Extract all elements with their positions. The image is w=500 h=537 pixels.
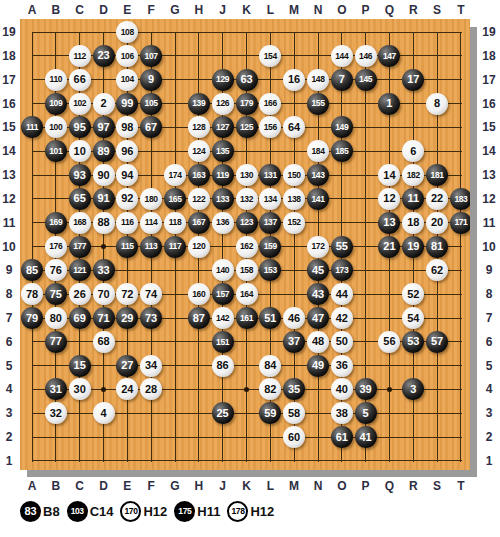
stone-R4: 3	[402, 378, 424, 400]
stone-F18: 107	[140, 45, 162, 67]
annotation-stone-number: 175	[178, 507, 191, 516]
stone-number: 138	[288, 195, 301, 204]
stone-R14: 6	[402, 140, 424, 162]
stone-C11: 168	[69, 212, 91, 234]
stone-number: 7	[339, 74, 345, 85]
column-label-F: F	[141, 3, 161, 17]
grid-line-horizontal	[32, 460, 462, 461]
row-label-9: 9	[0, 263, 18, 277]
stone-number: 45	[312, 265, 324, 276]
column-label-Q: Q	[379, 479, 399, 493]
annotation-coordinate: H12	[143, 505, 167, 518]
stone-number: 71	[97, 313, 109, 324]
stone-number: 184	[312, 147, 325, 156]
stone-O18: 144	[331, 45, 353, 67]
stone-number: 56	[383, 336, 395, 347]
row-label-10: 10	[479, 240, 499, 254]
stone-R11: 18	[402, 212, 424, 234]
stone-number: 176	[49, 242, 62, 251]
stone-number: 4	[100, 408, 106, 419]
stone-number: 80	[50, 313, 62, 324]
row-label-14: 14	[479, 144, 499, 158]
stone-K12: 132	[236, 188, 258, 210]
stone-K11: 123	[236, 212, 258, 234]
stone-H15: 128	[188, 116, 210, 138]
stone-number: 54	[407, 313, 419, 324]
stone-N13: 143	[307, 164, 329, 186]
stone-B9: 76	[45, 259, 67, 281]
stone-H13: 163	[188, 164, 210, 186]
stone-number: 67	[145, 122, 157, 133]
stone-number: 118	[169, 218, 182, 227]
stone-number: 17	[407, 74, 419, 85]
stone-number: 131	[264, 171, 277, 180]
stone-number: 84	[264, 360, 276, 371]
stone-number: 10	[74, 146, 86, 157]
stone-number: 171	[454, 218, 467, 227]
stone-number: 86	[216, 360, 228, 371]
stone-number: 15	[74, 360, 86, 371]
stone-E8: 72	[116, 283, 138, 305]
stone-number: 57	[431, 336, 443, 347]
stone-Q12: 12	[378, 188, 400, 210]
stone-G12: 165	[164, 188, 186, 210]
stone-number: 130	[240, 171, 253, 180]
stone-number: 76	[50, 265, 62, 276]
stone-number: 46	[288, 313, 300, 324]
column-label-E: E	[117, 3, 137, 17]
stone-number: 98	[121, 122, 133, 133]
stone-number: 79	[26, 313, 38, 324]
stone-D12: 91	[93, 188, 115, 210]
star-point	[101, 387, 106, 392]
stone-number: 127	[216, 123, 229, 132]
stone-L10: 159	[259, 236, 281, 258]
row-label-3: 3	[479, 406, 499, 420]
row-label-2: 2	[479, 430, 499, 444]
stone-K16: 179	[236, 93, 258, 115]
stone-E14: 96	[116, 140, 138, 162]
stone-P18: 146	[355, 45, 377, 67]
stone-D18: 23	[93, 45, 115, 67]
stone-number: 173	[335, 266, 348, 275]
column-label-Q: Q	[379, 3, 399, 17]
stone-number: 53	[407, 336, 419, 347]
star-point	[244, 387, 249, 392]
stone-B16: 109	[45, 93, 67, 115]
stone-number: 135	[216, 147, 229, 156]
stone-Q10: 21	[378, 236, 400, 258]
stone-L16: 166	[259, 93, 281, 115]
stone-O9: 173	[331, 259, 353, 281]
stone-K7: 161	[236, 307, 258, 329]
stone-R17: 17	[402, 69, 424, 91]
stone-D8: 70	[93, 283, 115, 305]
annotation-stone-number: 103	[71, 507, 84, 516]
row-label-3: 3	[0, 406, 18, 420]
stone-K13: 130	[236, 164, 258, 186]
stone-number: 19	[407, 241, 419, 252]
column-label-P: P	[356, 3, 376, 17]
stone-number: 166	[264, 99, 277, 108]
annotation-stone-175: 175	[174, 501, 195, 522]
stone-F16: 105	[140, 93, 162, 115]
stone-number: 115	[121, 242, 134, 251]
stone-number: 128	[192, 123, 205, 132]
stone-B14: 101	[45, 140, 67, 162]
stone-number: 160	[192, 290, 205, 299]
stone-H14: 124	[188, 140, 210, 162]
stone-N8: 43	[307, 283, 329, 305]
stone-number: 143	[312, 171, 325, 180]
stone-number: 64	[288, 122, 300, 133]
column-label-M: M	[284, 3, 304, 17]
column-label-A: A	[22, 3, 42, 17]
row-label-5: 5	[0, 359, 18, 373]
stone-number: 70	[97, 289, 109, 300]
stone-F11: 114	[140, 212, 162, 234]
stone-number: 169	[49, 218, 62, 227]
stone-number: 38	[336, 408, 348, 419]
stone-number: 24	[121, 384, 133, 395]
stone-O17: 7	[331, 69, 353, 91]
stone-number: 107	[145, 52, 158, 61]
stone-number: 157	[216, 290, 229, 299]
stone-number: 30	[74, 384, 86, 395]
stone-number: 43	[312, 289, 324, 300]
stone-number: 137	[264, 218, 277, 227]
stone-number: 8	[434, 98, 440, 109]
stone-Q16: 1	[378, 93, 400, 115]
stone-N7: 47	[307, 307, 329, 329]
stone-number: 34	[145, 360, 157, 371]
row-label-15: 15	[0, 120, 18, 134]
stone-number: 124	[192, 147, 205, 156]
stone-number: 60	[288, 432, 300, 443]
stone-B15: 100	[45, 116, 67, 138]
stone-F15: 67	[140, 116, 162, 138]
column-label-C: C	[70, 479, 90, 493]
stone-C5: 15	[69, 355, 91, 377]
annotation-stone-103: 103	[67, 501, 88, 522]
stone-number: 153	[264, 266, 277, 275]
stone-number: 73	[145, 313, 157, 324]
row-label-11: 11	[0, 216, 18, 230]
row-label-9: 9	[479, 263, 499, 277]
stone-number: 74	[145, 289, 157, 300]
column-label-F: F	[141, 479, 161, 493]
stone-J15: 127	[212, 116, 234, 138]
stone-H12: 122	[188, 188, 210, 210]
stone-number: 61	[336, 432, 348, 443]
stone-K17: 63	[236, 69, 258, 91]
stone-D14: 89	[93, 140, 115, 162]
stone-M11: 152	[283, 212, 305, 234]
stone-number: 140	[216, 266, 229, 275]
stone-P3: 5	[355, 402, 377, 424]
stone-number: 90	[97, 170, 109, 181]
stone-O7: 42	[331, 307, 353, 329]
stone-G11: 118	[164, 212, 186, 234]
annotation-stone-number: 178	[231, 507, 244, 516]
stone-number: 49	[312, 360, 324, 371]
stone-number: 22	[431, 193, 443, 204]
row-label-8: 8	[0, 287, 18, 301]
stone-number: 68	[97, 336, 109, 347]
stone-O15: 149	[331, 116, 353, 138]
stone-O6: 50	[331, 331, 353, 353]
stone-T11: 171	[450, 212, 472, 234]
stone-F17: 9	[140, 69, 162, 91]
stone-number: 94	[121, 170, 133, 181]
stone-number: 35	[288, 384, 300, 395]
stone-J11: 136	[212, 212, 234, 234]
stone-number: 48	[312, 336, 324, 347]
row-label-8: 8	[479, 287, 499, 301]
stone-number: 182	[407, 171, 420, 180]
stone-F5: 34	[140, 355, 162, 377]
stone-P2: 41	[355, 426, 377, 448]
stone-number: 120	[192, 242, 205, 251]
stone-number: 12	[383, 193, 395, 204]
annotation-coordinate: H12	[250, 505, 274, 518]
stone-number: 11	[407, 193, 419, 204]
stone-M6: 37	[283, 331, 305, 353]
stone-number: 145	[359, 75, 372, 84]
stone-J17: 129	[212, 69, 234, 91]
stone-E15: 98	[116, 116, 138, 138]
row-label-1: 1	[479, 454, 499, 468]
stone-number: 100	[49, 123, 62, 132]
stone-number: 37	[288, 336, 300, 347]
stone-O10: 55	[331, 236, 353, 258]
stone-C9: 121	[69, 259, 91, 281]
stone-H8: 160	[188, 283, 210, 305]
annotation-coordinate: B8	[43, 505, 60, 518]
stone-number: 25	[216, 408, 228, 419]
stone-number: 6	[410, 146, 416, 157]
stone-number: 105	[145, 99, 158, 108]
stone-number: 91	[97, 193, 109, 204]
stone-B4: 31	[45, 378, 67, 400]
stone-S11: 20	[426, 212, 448, 234]
stone-number: 2	[100, 98, 106, 109]
stone-L4: 82	[259, 378, 281, 400]
stone-C14: 10	[69, 140, 91, 162]
stone-E5: 27	[116, 355, 138, 377]
stone-B10: 176	[45, 236, 67, 258]
stone-number: 151	[216, 338, 229, 347]
annotation-stone-178: 178	[227, 501, 248, 522]
stone-K8: 164	[236, 283, 258, 305]
stone-number: 31	[50, 384, 62, 395]
stone-R6: 53	[402, 331, 424, 353]
column-label-B: B	[46, 3, 66, 17]
stone-number: 112	[73, 52, 86, 61]
stone-S13: 181	[426, 164, 448, 186]
stone-number: 1	[386, 98, 392, 109]
stone-E19: 108	[116, 21, 138, 43]
stone-B6: 77	[45, 331, 67, 353]
stone-number: 92	[121, 193, 133, 204]
stone-J3: 25	[212, 402, 234, 424]
stone-B11: 169	[45, 212, 67, 234]
stone-number: 162	[240, 242, 253, 251]
stone-M15: 64	[283, 116, 305, 138]
column-label-O: O	[332, 479, 352, 493]
stone-number: 181	[431, 171, 444, 180]
move-annotations: 83B8103C14170H12175H11178H12	[20, 499, 281, 523]
stone-D15: 97	[93, 116, 115, 138]
stone-O14: 185	[331, 140, 353, 162]
stone-number: 164	[240, 290, 253, 299]
row-label-7: 7	[0, 311, 18, 325]
column-label-T: T	[451, 3, 471, 17]
stone-L18: 154	[259, 45, 281, 67]
stone-D9: 33	[93, 259, 115, 281]
stone-E12: 92	[116, 188, 138, 210]
stone-number: 28	[145, 384, 157, 395]
stone-number: 129	[216, 75, 229, 84]
stone-J7: 142	[212, 307, 234, 329]
column-label-A: A	[22, 479, 42, 493]
row-label-19: 19	[0, 25, 18, 39]
stone-J9: 140	[212, 259, 234, 281]
stone-A9: 85	[21, 259, 43, 281]
annotation-coordinate: H11	[197, 505, 220, 518]
stone-M3: 58	[283, 402, 305, 424]
row-label-10: 10	[0, 240, 18, 254]
stone-number: 144	[335, 52, 348, 61]
stone-O5: 36	[331, 355, 353, 377]
row-label-2: 2	[0, 430, 18, 444]
row-label-4: 4	[479, 382, 499, 396]
stone-S16: 8	[426, 93, 448, 115]
stone-number: 81	[431, 241, 443, 252]
stone-number: 132	[240, 195, 253, 204]
column-label-D: D	[94, 479, 114, 493]
row-label-17: 17	[0, 73, 18, 87]
column-label-B: B	[46, 479, 66, 493]
column-label-E: E	[117, 479, 137, 493]
stone-P4: 39	[355, 378, 377, 400]
row-label-5: 5	[479, 359, 499, 373]
column-label-N: N	[308, 3, 328, 17]
stone-number: 29	[121, 313, 133, 324]
stone-O2: 61	[331, 426, 353, 448]
column-label-C: C	[70, 3, 90, 17]
row-label-6: 6	[0, 335, 18, 349]
column-label-K: K	[237, 479, 257, 493]
stone-number: 117	[169, 242, 182, 251]
stone-number: 149	[335, 123, 348, 132]
stone-number: 55	[336, 241, 348, 252]
column-label-T: T	[451, 479, 471, 493]
stone-number: 116	[121, 218, 134, 227]
stone-L13: 131	[259, 164, 281, 186]
stone-number: 69	[74, 313, 86, 324]
board-shadow-right	[470, 27, 477, 477]
stone-number: 3	[410, 384, 416, 395]
stone-D3: 4	[93, 402, 115, 424]
grid-line-horizontal	[32, 437, 462, 438]
stone-R8: 52	[402, 283, 424, 305]
stone-number: 85	[26, 265, 38, 276]
stone-J16: 126	[212, 93, 234, 115]
column-label-R: R	[403, 3, 423, 17]
stone-number: 36	[336, 360, 348, 371]
stone-number: 185	[335, 147, 348, 156]
stone-number: 63	[240, 74, 252, 85]
row-label-12: 12	[0, 192, 18, 206]
stone-number: 99	[121, 98, 133, 109]
stone-number: 39	[359, 384, 371, 395]
column-label-H: H	[189, 479, 209, 493]
stone-number: 114	[145, 218, 158, 227]
stone-H16: 139	[188, 93, 210, 115]
stone-number: 87	[193, 313, 205, 324]
stone-C10: 177	[69, 236, 91, 258]
stone-number: 123	[240, 218, 253, 227]
stone-J8: 157	[212, 283, 234, 305]
stone-J5: 86	[212, 355, 234, 377]
stone-C17: 66	[69, 69, 91, 91]
stone-O8: 44	[331, 283, 353, 305]
star-point	[387, 387, 392, 392]
row-label-13: 13	[479, 168, 499, 182]
stone-number: 158	[240, 266, 253, 275]
row-label-11: 11	[479, 216, 499, 230]
stone-H10: 120	[188, 236, 210, 258]
stone-C7: 69	[69, 307, 91, 329]
stone-number: 62	[431, 265, 443, 276]
stone-number: 150	[288, 171, 301, 180]
stone-number: 51	[264, 313, 276, 324]
stone-J13: 119	[212, 164, 234, 186]
stone-J6: 151	[212, 331, 234, 353]
stone-S6: 57	[426, 331, 448, 353]
grid-line-vertical	[460, 32, 461, 462]
stone-C8: 26	[69, 283, 91, 305]
stone-O3: 38	[331, 402, 353, 424]
stone-number: 101	[49, 147, 62, 156]
row-label-4: 4	[0, 382, 18, 396]
stone-number: 142	[216, 314, 229, 323]
stone-N10: 172	[307, 236, 329, 258]
go-board[interactable]: 1081122310610715414414614711066104912963…	[20, 19, 470, 470]
stone-E7: 29	[116, 307, 138, 329]
column-label-R: R	[403, 479, 423, 493]
stone-A15: 111	[21, 116, 43, 138]
stone-number: 88	[97, 217, 109, 228]
stone-number: 89	[97, 146, 109, 157]
stone-number: 58	[288, 408, 300, 419]
column-label-S: S	[427, 3, 447, 17]
column-label-H: H	[189, 3, 209, 17]
row-label-1: 1	[0, 454, 18, 468]
stone-E16: 99	[116, 93, 138, 115]
stone-S12: 22	[426, 188, 448, 210]
stone-number: 65	[74, 193, 86, 204]
stone-number: 174	[169, 171, 182, 180]
stone-P17: 145	[355, 69, 377, 91]
row-label-16: 16	[479, 97, 499, 111]
stone-number: 147	[383, 52, 396, 61]
stone-N12: 141	[307, 188, 329, 210]
stone-H7: 87	[188, 307, 210, 329]
stone-K15: 125	[236, 116, 258, 138]
stone-number: 102	[73, 99, 86, 108]
